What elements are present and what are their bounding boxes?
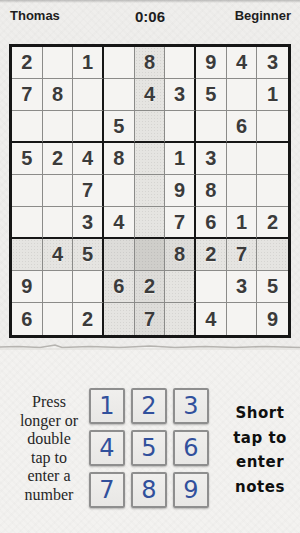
cell-r6c8[interactable]: 1 bbox=[227, 207, 258, 239]
cell-r3c1[interactable] bbox=[12, 111, 43, 143]
cell-r5c8[interactable] bbox=[227, 175, 258, 207]
instruction-line: longer or bbox=[8, 412, 90, 431]
cell-r4c3[interactable]: 4 bbox=[73, 143, 104, 175]
cell-r1c4[interactable] bbox=[104, 47, 135, 79]
cell-r4c8[interactable] bbox=[227, 143, 258, 175]
cell-r7c6[interactable]: 8 bbox=[165, 239, 196, 271]
instruction-line: double bbox=[8, 430, 90, 449]
instruction-line: tap to bbox=[226, 426, 294, 451]
cell-r9c4[interactable] bbox=[104, 303, 135, 335]
cell-r7c7[interactable]: 2 bbox=[196, 239, 227, 271]
cell-r7c2[interactable]: 4 bbox=[43, 239, 74, 271]
cell-r9c9[interactable]: 9 bbox=[257, 303, 288, 335]
cell-r8c4[interactable]: 6 bbox=[104, 271, 135, 303]
cell-r5c5[interactable] bbox=[135, 175, 166, 207]
cell-r7c3[interactable]: 5 bbox=[73, 239, 104, 271]
cell-r1c1[interactable]: 2 bbox=[12, 47, 43, 79]
numpad-key-2[interactable]: 2 bbox=[131, 388, 167, 424]
cell-r9c8[interactable] bbox=[227, 303, 258, 335]
cell-r2c1[interactable]: 7 bbox=[12, 79, 43, 111]
cell-r5c1[interactable] bbox=[12, 175, 43, 207]
cell-r6c5[interactable] bbox=[135, 207, 166, 239]
cell-r2c8[interactable] bbox=[227, 79, 258, 111]
cell-r8c8[interactable]: 3 bbox=[227, 271, 258, 303]
cell-r5c3[interactable]: 7 bbox=[73, 175, 104, 207]
numpad-key-6[interactable]: 6 bbox=[173, 430, 209, 466]
cell-r8c9[interactable]: 5 bbox=[257, 271, 288, 303]
instruction-line: enter bbox=[226, 450, 294, 475]
instruction-line: enter a bbox=[8, 467, 90, 486]
cell-r6c3[interactable]: 3 bbox=[73, 207, 104, 239]
numpad-key-8[interactable]: 8 bbox=[131, 472, 167, 508]
difficulty-label: Beginner bbox=[235, 8, 291, 23]
cell-r8c3[interactable] bbox=[73, 271, 104, 303]
cell-r4c2[interactable]: 2 bbox=[43, 143, 74, 175]
instruction-line: number bbox=[8, 486, 90, 505]
cell-r1c6[interactable] bbox=[165, 47, 196, 79]
cell-r4c1[interactable]: 5 bbox=[12, 143, 43, 175]
cell-r9c2[interactable] bbox=[43, 303, 74, 335]
cell-r2c9[interactable]: 1 bbox=[257, 79, 288, 111]
cell-r9c6[interactable] bbox=[165, 303, 196, 335]
cell-r5c2[interactable] bbox=[43, 175, 74, 207]
numpad-key-4[interactable]: 4 bbox=[89, 430, 125, 466]
cell-r5c9[interactable] bbox=[257, 175, 288, 207]
cell-r1c7[interactable]: 9 bbox=[196, 47, 227, 79]
cell-r1c9[interactable]: 3 bbox=[257, 47, 288, 79]
cell-r1c3[interactable]: 1 bbox=[73, 47, 104, 79]
cell-r5c7[interactable]: 8 bbox=[196, 175, 227, 207]
cell-r9c5[interactable]: 7 bbox=[135, 303, 166, 335]
cell-r9c3[interactable]: 2 bbox=[73, 303, 104, 335]
cell-r2c3[interactable] bbox=[73, 79, 104, 111]
cell-r3c5[interactable] bbox=[135, 111, 166, 143]
number-pad: 123456789 bbox=[89, 388, 209, 508]
cell-r3c8[interactable]: 6 bbox=[227, 111, 258, 143]
cell-r4c7[interactable]: 3 bbox=[196, 143, 227, 175]
cell-r6c9[interactable]: 2 bbox=[257, 207, 288, 239]
instruction-line: notes bbox=[226, 475, 294, 500]
numpad-key-3[interactable]: 3 bbox=[173, 388, 209, 424]
notes-instructions: Short tap to enter notes bbox=[226, 401, 294, 499]
cell-r8c6[interactable] bbox=[165, 271, 196, 303]
cell-r5c4[interactable] bbox=[104, 175, 135, 207]
cell-r3c7[interactable] bbox=[196, 111, 227, 143]
cell-r8c7[interactable] bbox=[196, 271, 227, 303]
cell-r9c7[interactable]: 4 bbox=[196, 303, 227, 335]
cell-r1c5[interactable]: 8 bbox=[135, 47, 166, 79]
cell-r8c2[interactable] bbox=[43, 271, 74, 303]
cell-r7c8[interactable]: 7 bbox=[227, 239, 258, 271]
cell-r7c1[interactable] bbox=[12, 239, 43, 271]
cell-r2c7[interactable]: 5 bbox=[196, 79, 227, 111]
torn-paper-divider bbox=[0, 341, 300, 353]
instruction-line: Press bbox=[8, 393, 90, 412]
cell-r3c9[interactable] bbox=[257, 111, 288, 143]
cell-r4c6[interactable]: 1 bbox=[165, 143, 196, 175]
cell-r4c5[interactable] bbox=[135, 143, 166, 175]
cell-r2c2[interactable]: 8 bbox=[43, 79, 74, 111]
cell-r1c2[interactable] bbox=[43, 47, 74, 79]
cell-r9c1[interactable]: 6 bbox=[12, 303, 43, 335]
cell-r3c2[interactable] bbox=[43, 111, 74, 143]
cell-r6c7[interactable]: 6 bbox=[196, 207, 227, 239]
instruction-line: Short bbox=[226, 401, 294, 426]
long-press-instructions: Press longer or double tap to enter a nu… bbox=[8, 393, 90, 504]
cell-r5c6[interactable]: 9 bbox=[165, 175, 196, 207]
cell-r6c1[interactable] bbox=[12, 207, 43, 239]
cell-r8c1[interactable]: 9 bbox=[12, 271, 43, 303]
instruction-line: tap to bbox=[8, 449, 90, 468]
cell-r2c4[interactable] bbox=[104, 79, 135, 111]
cell-r7c5-selected[interactable] bbox=[135, 239, 166, 271]
cell-r7c4[interactable] bbox=[104, 239, 135, 271]
cell-r4c9[interactable] bbox=[257, 143, 288, 175]
cell-r2c6[interactable]: 3 bbox=[165, 79, 196, 111]
sudoku-board: 2189437843515652481379834761245827962356… bbox=[9, 44, 291, 338]
header-bar: Thomas 0:06 Beginner bbox=[0, 8, 300, 28]
numpad-key-5[interactable]: 5 bbox=[131, 430, 167, 466]
cell-r6c2[interactable] bbox=[43, 207, 74, 239]
cell-r2c5[interactable]: 4 bbox=[135, 79, 166, 111]
cell-r6c6[interactable]: 7 bbox=[165, 207, 196, 239]
numpad-key-9[interactable]: 9 bbox=[173, 472, 209, 508]
paper-torn-top-edge bbox=[0, 0, 300, 3]
cell-r7c9[interactable] bbox=[257, 239, 288, 271]
cell-r3c6[interactable] bbox=[165, 111, 196, 143]
numpad-key-7[interactable]: 7 bbox=[89, 472, 125, 508]
cell-r4c4[interactable]: 8 bbox=[104, 143, 135, 175]
cell-r1c8[interactable]: 4 bbox=[227, 47, 258, 79]
cell-r3c3[interactable] bbox=[73, 111, 104, 143]
cell-r8c5[interactable]: 2 bbox=[135, 271, 166, 303]
cell-r3c4[interactable]: 5 bbox=[104, 111, 135, 143]
numpad-key-1[interactable]: 1 bbox=[89, 388, 125, 424]
cell-r6c4[interactable]: 4 bbox=[104, 207, 135, 239]
